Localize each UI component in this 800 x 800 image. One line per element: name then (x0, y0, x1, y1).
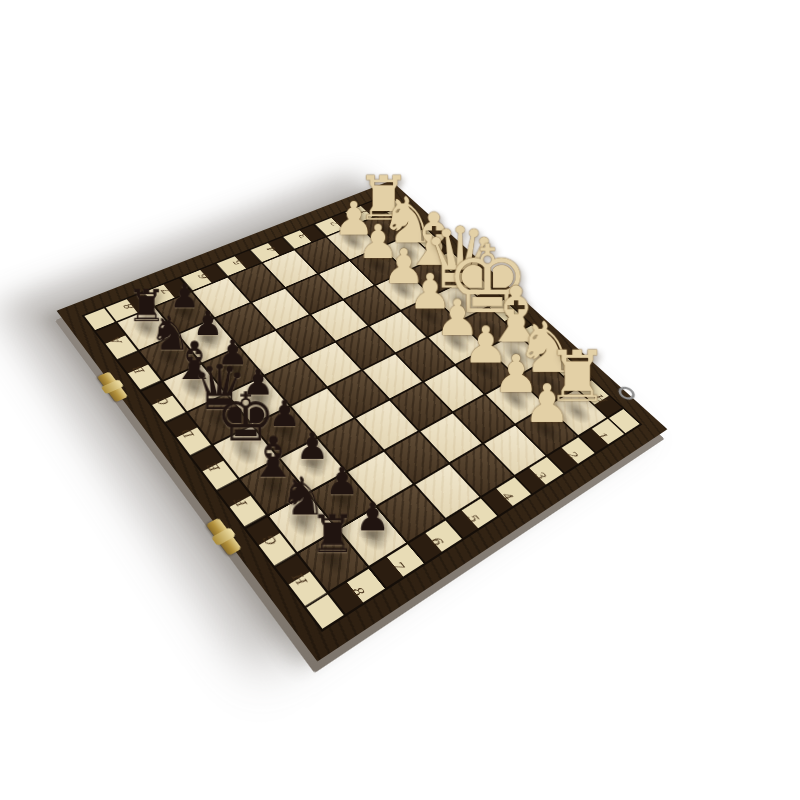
board-rotation-wrapper: ABCDEFGH1♜♞♝♛♚♝♞♜12♟♟♟♟♟♟♟♟2334455667♟♟♟… (104, 112, 620, 628)
board-grid: ABCDEFGH1♜♞♝♛♚♝♞♜12♟♟♟♟♟♟♟♟2334455667♟♟♟… (82, 193, 643, 632)
board-top-face: ABCDEFGH1♜♞♝♛♚♝♞♜12♟♟♟♟♟♟♟♟2334455667♟♟♟… (57, 180, 668, 661)
chess-board: ABCDEFGH1♜♞♝♛♚♝♞♜12♟♟♟♟♟♟♟♟2334455667♟♟♟… (57, 180, 668, 661)
product-photo-background: ABCDEFGH1♜♞♝♛♚♝♞♜12♟♟♟♟♟♟♟♟2334455667♟♟♟… (0, 0, 800, 800)
rank-label-hfile: 2 (549, 437, 595, 472)
board-perspective-wrapper: ABCDEFGH1♜♞♝♛♚♝♞♜12♟♟♟♟♟♟♟♟2334455667♟♟♟… (104, 112, 620, 628)
